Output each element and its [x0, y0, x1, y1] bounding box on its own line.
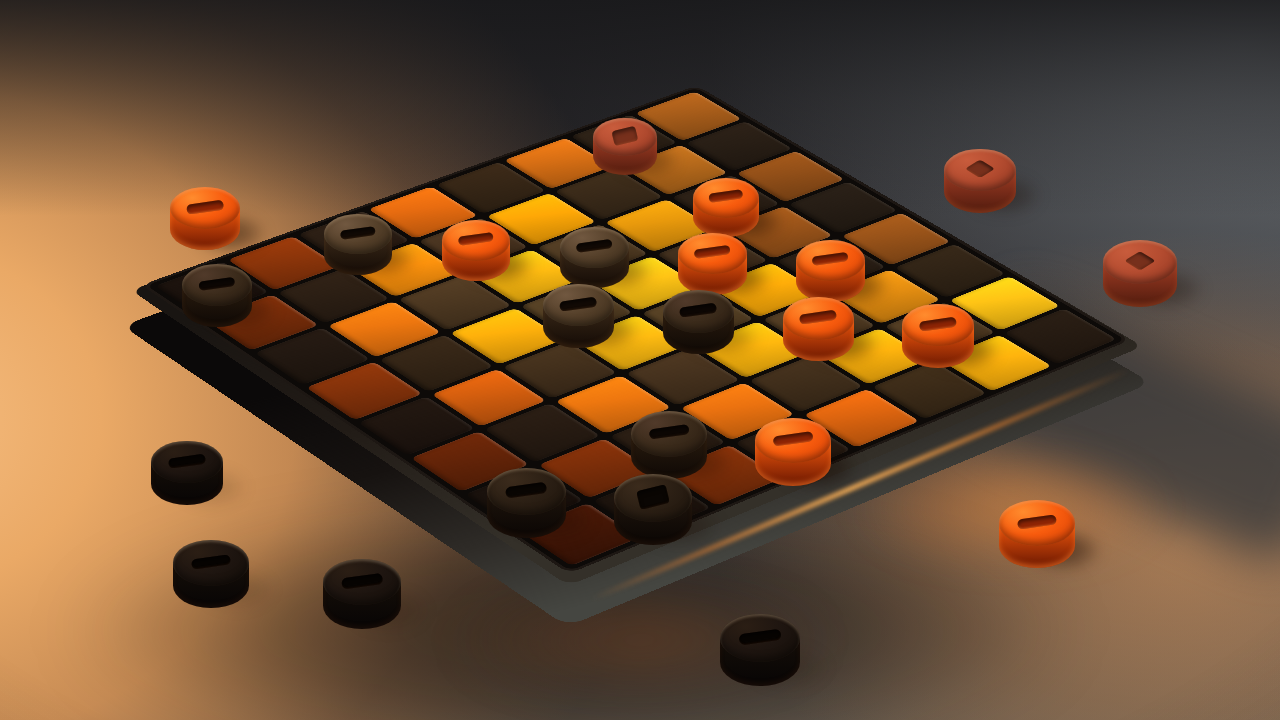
piece-top-face: [631, 411, 707, 457]
piece-top-face: [693, 178, 759, 218]
dark-man-r7c0[interactable]: [182, 264, 252, 327]
piece-top-face: [442, 220, 510, 261]
slot-hole-icon: [799, 310, 837, 325]
slot-hole-icon: [559, 296, 597, 311]
dark-king-r6c7[interactable]: [614, 474, 693, 545]
dark-man-offboard[interactable]: [151, 441, 222, 505]
slot-hole-icon: [191, 554, 231, 569]
slot-hole-icon: [812, 252, 849, 266]
checkers-3d-scene: [0, 0, 1280, 720]
piece-top-face: [614, 474, 693, 521]
dark-man-r3c2[interactable]: [560, 227, 628, 289]
slot-hole-icon: [708, 190, 743, 204]
slot-hole-icon: [186, 199, 224, 214]
slot-hole-icon: [772, 431, 813, 447]
piece-top-face: [902, 304, 974, 347]
slot-hole-icon: [919, 316, 957, 331]
dark-man-r4c3[interactable]: [543, 284, 614, 348]
piece-top-face: [1103, 240, 1178, 285]
piece-top-face: [560, 227, 628, 268]
diamond-hole-icon: [965, 159, 995, 178]
orange-man-r1c6[interactable]: [902, 304, 974, 368]
piece-top-face: [755, 418, 832, 464]
slot-hole-icon: [458, 232, 494, 246]
diamond-hole-icon: [1124, 251, 1156, 271]
dark-man-r3c4[interactable]: [663, 290, 734, 354]
piece-top-face: [323, 559, 401, 606]
piece-top-face: [783, 297, 854, 340]
orange-man-r2c3[interactable]: [678, 233, 747, 295]
slot-hole-icon: [679, 303, 717, 318]
slot-hole-icon: [648, 424, 689, 440]
dark-man-r5c6[interactable]: [631, 411, 707, 480]
pieces-layer: [0, 0, 1280, 720]
dark-man-offboard[interactable]: [323, 559, 401, 629]
slot-hole-icon: [1017, 514, 1057, 529]
piece-top-face: [720, 614, 801, 662]
slot-hole-icon: [198, 277, 235, 291]
red-king-r1c0[interactable]: [593, 118, 657, 175]
piece-top-face: [151, 441, 222, 484]
piece-top-face: [170, 187, 241, 229]
slot-hole-icon: [694, 245, 731, 259]
piece-top-face: [796, 240, 865, 281]
piece-top-face: [173, 540, 248, 585]
square-hole-icon: [636, 484, 670, 510]
dark-man-r5c0[interactable]: [324, 214, 392, 275]
slot-hole-icon: [505, 482, 547, 498]
orange-man-offboard[interactable]: [999, 500, 1074, 568]
slot-hole-icon: [341, 573, 383, 589]
piece-top-face: [999, 500, 1074, 545]
orange-man-r2c5[interactable]: [783, 297, 854, 361]
piece-top-face: [944, 149, 1016, 192]
piece-top-face: [678, 233, 747, 274]
slot-hole-icon: [576, 239, 612, 253]
orange-man-r1c4[interactable]: [796, 240, 865, 302]
piece-top-face: [593, 118, 657, 156]
red-king-offboard[interactable]: [944, 149, 1016, 213]
dark-man-r7c6[interactable]: [487, 468, 566, 539]
piece-top-face: [543, 284, 614, 326]
orange-man-r4c1[interactable]: [442, 220, 510, 281]
dark-man-offboard[interactable]: [720, 614, 801, 687]
slot-hole-icon: [168, 453, 206, 468]
square-hole-icon: [611, 125, 638, 146]
piece-top-face: [182, 264, 252, 306]
piece-top-face: [324, 214, 392, 255]
orange-man-r1c2[interactable]: [693, 178, 759, 238]
dark-man-offboard[interactable]: [173, 540, 248, 608]
piece-top-face: [663, 290, 734, 333]
orange-man-r4c7[interactable]: [755, 418, 832, 487]
piece-top-face: [487, 468, 566, 515]
red-king-offboard[interactable]: [1103, 240, 1178, 307]
slot-hole-icon: [738, 628, 781, 645]
slot-hole-icon: [340, 226, 376, 240]
orange-man-offboard[interactable]: [170, 187, 241, 251]
